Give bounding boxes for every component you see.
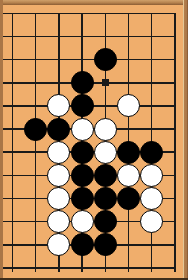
intersection[interactable]	[1, 71, 24, 94]
intersection[interactable]	[71, 2, 94, 25]
intersection[interactable]	[47, 71, 70, 94]
intersection[interactable]: ○	[47, 187, 70, 210]
intersection[interactable]: ○	[94, 117, 117, 140]
intersection[interactable]: ●	[71, 141, 94, 164]
intersection[interactable]	[47, 256, 70, 279]
intersection[interactable]	[117, 2, 140, 25]
intersection[interactable]	[1, 2, 24, 25]
white-stone: ○	[117, 94, 140, 117]
intersection[interactable]: ●	[94, 210, 117, 233]
diagram-border-left	[0, 0, 3, 280]
intersection[interactable]: ●	[24, 117, 47, 140]
black-stone: ●	[94, 187, 117, 210]
intersection[interactable]: ○	[71, 210, 94, 233]
intersection[interactable]: ●	[94, 164, 117, 187]
intersection[interactable]	[24, 48, 47, 71]
intersection[interactable]	[140, 94, 163, 117]
intersection[interactable]: ●	[71, 233, 94, 256]
black-stone: ●	[71, 94, 94, 117]
intersection[interactable]	[24, 256, 47, 279]
white-stone: ○	[47, 164, 70, 187]
white-stone: ○	[140, 164, 163, 187]
intersection[interactable]: ○	[47, 141, 70, 164]
black-stone: ●	[47, 118, 70, 141]
intersection[interactable]	[94, 256, 117, 279]
intersection[interactable]	[117, 71, 140, 94]
board-edge-top	[0, 0, 188, 5]
intersection[interactable]: ●	[117, 141, 140, 164]
intersection[interactable]	[140, 48, 163, 71]
intersection[interactable]	[117, 256, 140, 279]
intersection[interactable]	[117, 117, 140, 140]
board-edge-right	[183, 0, 188, 280]
black-stone: ●	[94, 210, 117, 233]
white-stone: ○	[47, 141, 70, 164]
white-stone: ○	[47, 233, 70, 256]
white-stone: ○	[47, 187, 70, 210]
intersection[interactable]	[24, 25, 47, 48]
intersection[interactable]: ●	[94, 48, 117, 71]
intersection[interactable]	[24, 2, 47, 25]
white-stone: ○	[47, 210, 70, 233]
intersection[interactable]	[47, 2, 70, 25]
intersection[interactable]: ○	[47, 164, 70, 187]
intersection[interactable]: ●	[71, 164, 94, 187]
intersection[interactable]	[24, 210, 47, 233]
intersection[interactable]: ○	[140, 210, 163, 233]
intersection[interactable]	[71, 25, 94, 48]
intersection[interactable]: ●	[71, 187, 94, 210]
black-stone: ●	[94, 164, 117, 187]
intersection[interactable]	[94, 2, 117, 25]
intersection[interactable]: ○	[47, 210, 70, 233]
intersection[interactable]	[94, 25, 117, 48]
intersection[interactable]: ○	[140, 164, 163, 187]
intersection[interactable]: ○	[94, 141, 117, 164]
intersection[interactable]	[1, 164, 24, 187]
go-board: ●●○●○●●○○○●○●●○●●○○○●●●○○○●○○●●	[0, 0, 188, 280]
black-stone: ●	[24, 118, 47, 141]
intersection[interactable]: ○	[47, 233, 70, 256]
intersection[interactable]	[94, 94, 117, 117]
intersection[interactable]: ●	[117, 187, 140, 210]
intersection[interactable]	[1, 233, 24, 256]
intersection[interactable]	[94, 71, 117, 94]
intersection[interactable]	[71, 48, 94, 71]
intersection[interactable]	[47, 25, 70, 48]
intersection[interactable]	[1, 25, 24, 48]
intersection[interactable]: ●	[71, 94, 94, 117]
black-stone: ●	[71, 141, 94, 164]
intersection[interactable]: ●	[140, 141, 163, 164]
intersection[interactable]	[140, 256, 163, 279]
intersection[interactable]	[140, 117, 163, 140]
intersection[interactable]: ○	[47, 94, 70, 117]
white-stone: ○	[47, 94, 70, 117]
intersection[interactable]	[24, 141, 47, 164]
intersection[interactable]: ○	[71, 117, 94, 140]
intersection[interactable]	[140, 25, 163, 48]
white-stone: ○	[71, 210, 94, 233]
intersection[interactable]: ○	[117, 94, 140, 117]
black-stone: ●	[117, 141, 140, 164]
black-stone: ●	[71, 187, 94, 210]
intersection[interactable]	[117, 210, 140, 233]
intersection[interactable]: ○	[140, 187, 163, 210]
intersection[interactable]	[24, 164, 47, 187]
intersection[interactable]	[24, 94, 47, 117]
white-stone: ○	[94, 141, 117, 164]
intersection[interactable]: ●	[47, 117, 70, 140]
intersection[interactable]	[140, 2, 163, 25]
intersection[interactable]	[47, 48, 70, 71]
black-stone: ●	[94, 233, 117, 256]
white-stone: ○	[140, 210, 163, 233]
intersection[interactable]	[117, 233, 140, 256]
intersection[interactable]	[1, 210, 24, 233]
intersection[interactable]	[117, 25, 140, 48]
intersection[interactable]: ●	[94, 187, 117, 210]
black-stone: ●	[71, 71, 94, 94]
white-stone: ○	[140, 187, 163, 210]
intersection[interactable]	[24, 71, 47, 94]
intersection[interactable]	[1, 187, 24, 210]
white-stone: ○	[71, 118, 94, 141]
white-stone: ○	[94, 118, 117, 141]
intersection[interactable]	[140, 71, 163, 94]
intersection[interactable]	[24, 233, 47, 256]
white-stone: ○	[117, 164, 140, 187]
intersection[interactable]	[24, 187, 47, 210]
intersection[interactable]: ○	[117, 164, 140, 187]
intersection[interactable]	[1, 141, 24, 164]
black-stone: ●	[71, 233, 94, 256]
intersection[interactable]	[1, 48, 24, 71]
intersection[interactable]	[1, 256, 24, 279]
black-stone: ●	[94, 48, 117, 71]
intersection[interactable]	[71, 256, 94, 279]
black-stone: ●	[117, 187, 140, 210]
star-point-marker	[102, 79, 109, 86]
black-stone: ●	[140, 141, 163, 164]
intersection[interactable]	[1, 117, 24, 140]
intersection[interactable]	[1, 94, 24, 117]
intersection[interactable]: ●	[94, 233, 117, 256]
black-stone: ●	[71, 164, 94, 187]
intersection[interactable]: ●	[71, 71, 94, 94]
intersection[interactable]	[117, 48, 140, 71]
intersection[interactable]	[140, 233, 163, 256]
